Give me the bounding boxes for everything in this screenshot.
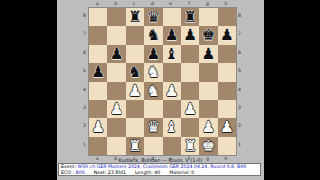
rank-labels-left: 87654321	[82, 7, 87, 155]
rank-label: 4	[82, 81, 87, 99]
square-c6	[126, 45, 144, 63]
square-d7: ♞	[144, 26, 162, 44]
rank-label: 5	[237, 62, 242, 80]
square-h7: ♟	[218, 26, 236, 44]
rank-label: 8	[82, 7, 87, 25]
square-b7	[107, 26, 125, 44]
file-label: a	[88, 1, 106, 6]
piece-black-pawn: ♟	[220, 26, 234, 44]
rank-label: 8	[237, 7, 242, 25]
piece-white-pawn: ♟	[110, 100, 124, 118]
square-e7: ♟	[163, 26, 181, 44]
square-b4	[107, 82, 125, 100]
rank-label: 3	[237, 99, 242, 117]
square-b8	[107, 8, 125, 26]
file-label: c	[125, 1, 143, 6]
square-g5	[199, 63, 217, 81]
piece-black-rook: ♜	[183, 8, 197, 26]
square-h2: ♟	[218, 118, 236, 136]
square-f8: ♜	[181, 8, 199, 26]
square-f2	[181, 118, 199, 136]
square-h8	[218, 8, 236, 26]
square-e5	[163, 63, 181, 81]
square-e1	[163, 137, 181, 155]
square-g6: ♟	[199, 45, 217, 63]
length-value: 40	[153, 170, 160, 175]
piece-black-rook: ♜	[128, 8, 142, 26]
square-c5: ♞	[126, 63, 144, 81]
next-value: 23.Rfd1	[106, 170, 126, 175]
square-d4: ♞	[144, 82, 162, 100]
piece-white-rook: ♜	[183, 137, 197, 155]
square-h1	[218, 137, 236, 155]
rank-label: 3	[82, 99, 87, 117]
file-label: e	[162, 1, 180, 6]
square-a2: ♟	[89, 118, 107, 136]
file-label: f	[180, 1, 198, 6]
square-a4	[89, 82, 107, 100]
square-e2: ♝	[163, 118, 181, 136]
square-a8	[89, 8, 107, 26]
square-f1: ♜	[181, 137, 199, 155]
event-label: Event:	[61, 164, 76, 169]
piece-black-knight: ♞	[128, 63, 142, 81]
file-labels-top: abcdefgh	[88, 1, 236, 6]
rank-label: 2	[82, 117, 87, 135]
square-d5: ♞	[144, 63, 162, 81]
square-b3: ♟	[107, 100, 125, 118]
piece-black-pawn: ♟	[165, 26, 179, 44]
eco-label: ECO :	[61, 170, 74, 175]
square-h4	[218, 82, 236, 100]
rank-labels-right: 87654321	[237, 7, 242, 155]
next-label: Next:	[94, 170, 107, 175]
square-f7: ♟	[181, 26, 199, 44]
square-g1: ♚	[199, 137, 217, 155]
square-c1: ♜	[126, 137, 144, 155]
square-d3	[144, 100, 162, 118]
square-e3	[163, 100, 181, 118]
material-label: Material:	[169, 170, 190, 175]
rank-label: 7	[82, 25, 87, 43]
event-value: WS9 ch GER Masters 2024, Crailsheim GER …	[76, 164, 237, 169]
piece-black-pawn: ♟	[91, 63, 105, 81]
piece-black-pawn: ♟	[146, 45, 160, 63]
stats-line: ECO : B06Next: 23.Rfd1Length: 40Material…	[61, 170, 258, 176]
length-label: Length:	[135, 170, 153, 175]
file-label: h	[217, 1, 235, 6]
square-d8: ♛	[144, 8, 162, 26]
rank-label: 5	[82, 62, 87, 80]
square-d1	[144, 137, 162, 155]
square-c3	[126, 100, 144, 118]
square-f4	[181, 82, 199, 100]
square-a5: ♟	[89, 63, 107, 81]
square-g7: ♚	[199, 26, 217, 44]
material-value: 0	[190, 170, 194, 175]
file-label: d	[143, 1, 161, 6]
square-d6: ♟	[144, 45, 162, 63]
piece-white-pawn: ♟	[91, 118, 105, 136]
square-h5	[218, 63, 236, 81]
square-f3: ♟	[181, 100, 199, 118]
piece-white-pawn: ♟	[220, 118, 234, 136]
piece-black-queen: ♛	[146, 8, 160, 26]
eco-value: B06	[76, 170, 85, 175]
file-label: g	[198, 1, 216, 6]
rank-label: 6	[237, 44, 242, 62]
square-a7	[89, 26, 107, 44]
video-frame: { "game": "chess", "position": { "fen": …	[0, 0, 320, 180]
piece-white-king: ♚	[202, 137, 216, 155]
square-e6: ♝	[163, 45, 181, 63]
square-c8: ♜	[126, 8, 144, 26]
square-g3	[199, 100, 217, 118]
square-b2	[107, 118, 125, 136]
piece-white-pawn: ♟	[165, 82, 179, 100]
square-b5	[107, 63, 125, 81]
square-c7	[126, 26, 144, 44]
chess-board: ♜♛♜♞♟♟♚♟♟♟♝♟♟♞♞♟♞♟♟♟♟♛♝♟♟♜♜♚	[88, 7, 237, 156]
rank-label: 7	[237, 25, 242, 43]
square-g2: ♟	[199, 118, 217, 136]
square-a1	[89, 137, 107, 155]
game-info-box: Event: WS9 ch GER Masters 2024, Crailshe…	[58, 163, 261, 176]
rank-label: 6	[82, 44, 87, 62]
square-h6	[218, 45, 236, 63]
square-f5	[181, 63, 199, 81]
piece-white-pawn: ♟	[183, 100, 197, 118]
piece-black-pawn: ♟	[183, 26, 197, 44]
left-letterbox-bar	[0, 0, 57, 180]
square-a6	[89, 45, 107, 63]
square-f6	[181, 45, 199, 63]
square-b1	[107, 137, 125, 155]
piece-black-bishop: ♝	[165, 45, 179, 63]
piece-white-rook: ♜	[128, 137, 142, 155]
piece-white-knight: ♞	[146, 63, 160, 81]
event-eco: B06	[237, 164, 246, 169]
rank-label: 1	[237, 136, 242, 154]
square-h3	[218, 100, 236, 118]
square-a3	[89, 100, 107, 118]
piece-white-queen: ♛	[146, 118, 160, 136]
square-d2: ♛	[144, 118, 162, 136]
piece-white-pawn: ♟	[202, 118, 216, 136]
square-g4	[199, 82, 217, 100]
piece-black-knight: ♞	[146, 26, 160, 44]
rank-label: 1	[82, 136, 87, 154]
piece-black-pawn: ♟	[202, 45, 216, 63]
square-g8	[199, 8, 217, 26]
square-e8	[163, 8, 181, 26]
piece-white-knight: ♞	[146, 82, 160, 100]
square-c4: ♟	[126, 82, 144, 100]
square-c2	[126, 118, 144, 136]
piece-black-pawn: ♟	[110, 45, 124, 63]
piece-white-bishop: ♝	[165, 118, 179, 136]
rank-label: 2	[237, 117, 242, 135]
rank-label: 4	[237, 81, 242, 99]
right-letterbox-bar	[264, 0, 320, 180]
chess-viewer-panel: abcdefgh 87654321 ♜♛♜♞♟♟♚♟♟♟♝♟♟♞♞♟♞♟♟♟♟♛…	[57, 0, 264, 180]
piece-black-king: ♚	[202, 26, 216, 44]
piece-white-pawn: ♟	[128, 82, 142, 100]
square-e4: ♟	[163, 82, 181, 100]
file-label: b	[106, 1, 124, 6]
square-b6: ♟	[107, 45, 125, 63]
